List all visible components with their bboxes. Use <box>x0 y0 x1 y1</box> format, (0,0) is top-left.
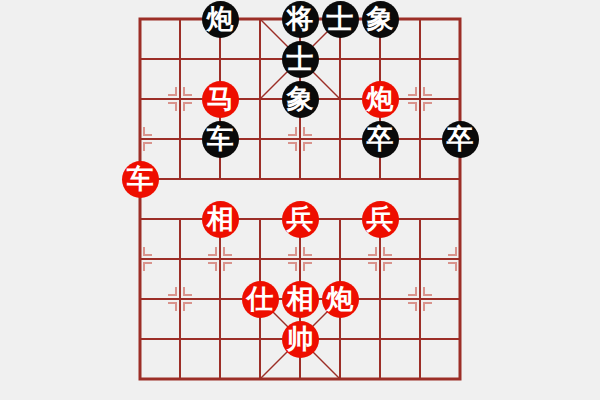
piece-black-soldier[interactable]: 卒 <box>442 121 479 158</box>
piece-red-cannon[interactable]: 炮 <box>322 281 359 318</box>
piece-black-general[interactable]: 将 <box>282 1 319 38</box>
piece-black-soldier[interactable]: 卒 <box>362 121 399 158</box>
piece-red-cannon[interactable]: 炮 <box>362 81 399 118</box>
piece-black-advisor[interactable]: 士 <box>322 1 359 38</box>
piece-red-advisor[interactable]: 仕 <box>242 281 279 318</box>
piece-red-elephant[interactable]: 相 <box>202 201 239 238</box>
piece-red-chariot[interactable]: 车 <box>122 161 159 198</box>
piece-black-elephant[interactable]: 象 <box>362 1 399 38</box>
piece-red-horse[interactable]: 马 <box>202 81 239 118</box>
piece-black-cannon[interactable]: 炮 <box>202 1 239 38</box>
piece-red-soldier[interactable]: 兵 <box>362 201 399 238</box>
piece-black-chariot[interactable]: 车 <box>202 121 239 158</box>
piece-red-general[interactable]: 帅 <box>282 321 319 358</box>
xiangqi-app: 炮将士象士马象炮车卒卒车相兵兵仕相炮帅 <box>0 0 600 400</box>
piece-black-advisor[interactable]: 士 <box>282 41 319 78</box>
piece-red-elephant[interactable]: 相 <box>282 281 319 318</box>
piece-black-elephant[interactable]: 象 <box>282 81 319 118</box>
piece-red-soldier[interactable]: 兵 <box>282 201 319 238</box>
